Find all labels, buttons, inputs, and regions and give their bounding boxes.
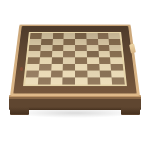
square[interactable]: [86, 39, 98, 45]
left-foot: [10, 107, 29, 115]
square[interactable]: [87, 64, 99, 71]
square[interactable]: [75, 64, 87, 71]
square[interactable]: [87, 77, 100, 84]
chess-board[interactable]: [10, 24, 140, 96]
square[interactable]: [50, 77, 63, 84]
wood-knot: [20, 67, 23, 71]
square[interactable]: [39, 64, 51, 71]
board-rim: [10, 24, 140, 96]
square[interactable]: [63, 64, 75, 71]
square[interactable]: [87, 51, 99, 57]
square[interactable]: [27, 64, 40, 71]
square[interactable]: [99, 71, 112, 78]
square[interactable]: [75, 77, 87, 84]
square[interactable]: [38, 77, 51, 84]
square[interactable]: [75, 45, 87, 51]
square[interactable]: [109, 45, 121, 51]
square[interactable]: [97, 33, 109, 39]
right-foot: [121, 107, 140, 115]
square[interactable]: [63, 77, 75, 84]
square[interactable]: [111, 64, 124, 71]
square[interactable]: [25, 77, 38, 84]
square[interactable]: [99, 64, 111, 71]
product-photo: [0, 0, 150, 150]
board-inner-line: [23, 32, 127, 86]
latch-notch: [129, 44, 136, 54]
board-frame-border: [13, 26, 136, 93]
square[interactable]: [75, 33, 86, 39]
square[interactable]: [26, 71, 39, 78]
square[interactable]: [40, 45, 52, 51]
square[interactable]: [75, 71, 87, 78]
square[interactable]: [63, 71, 75, 78]
square[interactable]: [100, 77, 113, 84]
board-grid: [25, 33, 125, 84]
square[interactable]: [51, 64, 63, 71]
square[interactable]: [112, 77, 125, 84]
square[interactable]: [63, 57, 75, 64]
square[interactable]: [38, 71, 51, 78]
square[interactable]: [87, 71, 99, 78]
square[interactable]: [50, 71, 62, 78]
square[interactable]: [51, 57, 63, 64]
square[interactable]: [111, 71, 124, 78]
